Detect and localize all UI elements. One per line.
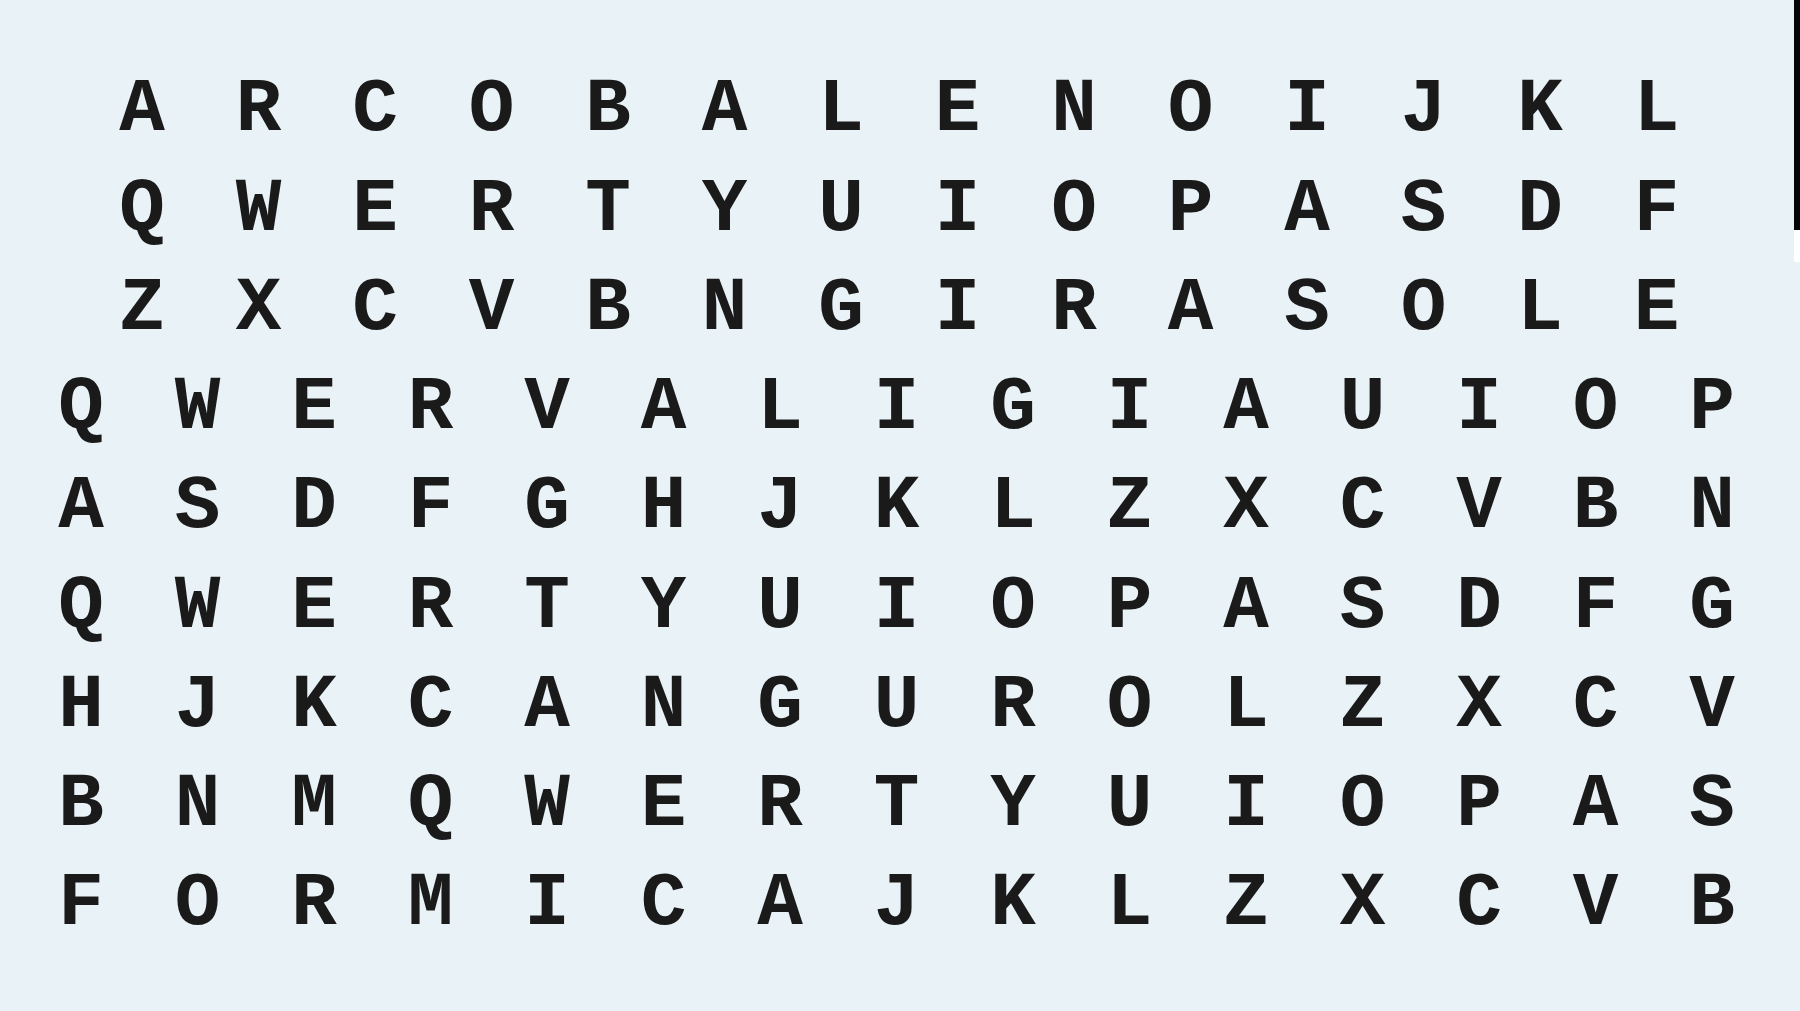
grid-cell[interactable]: S (1365, 161, 1482, 260)
grid-cell[interactable]: J (838, 855, 955, 954)
grid-cell[interactable]: E (1598, 260, 1715, 359)
grid-cell[interactable]: X (1421, 657, 1538, 756)
grid-cell[interactable]: J (1365, 61, 1482, 160)
grid-cell[interactable]: E (605, 756, 722, 855)
grid-cell[interactable]: E (256, 359, 373, 458)
grid-cell[interactable]: I (838, 359, 955, 458)
grid-cell[interactable]: A (1537, 756, 1654, 855)
grid-cell[interactable]: T (550, 161, 667, 260)
grid-cell[interactable]: R (200, 61, 317, 160)
grid-cell[interactable]: D (1482, 161, 1599, 260)
grid-cell[interactable]: P (1421, 756, 1538, 855)
grid-cell[interactable]: T (489, 558, 606, 657)
grid-cell[interactable]: G (783, 260, 900, 359)
grid-cell[interactable]: C (317, 260, 434, 359)
grid-cell[interactable]: I (1188, 756, 1305, 855)
grid-cell[interactable]: B (550, 260, 667, 359)
grid-cell[interactable]: F (1598, 161, 1715, 260)
grid-cell[interactable]: H (23, 657, 140, 756)
grid-cell[interactable]: S (1304, 558, 1421, 657)
grid-cell[interactable]: V (433, 260, 550, 359)
grid-cell[interactable]: O (1537, 359, 1654, 458)
grid-cell[interactable]: L (783, 61, 900, 160)
word-search-board: ARCOBALENOIJKLQWERTYUIOPASDFZXCVBNGIRASO… (0, 0, 1800, 1011)
grid-cell[interactable]: P (1654, 359, 1771, 458)
grid-cell[interactable]: A (1249, 161, 1366, 260)
grid-cell[interactable]: R (722, 756, 839, 855)
grid-cell[interactable]: E (317, 161, 434, 260)
grid-cell[interactable]: C (372, 657, 489, 756)
grid-cell[interactable]: R (433, 161, 550, 260)
grid-cell[interactable]: D (256, 458, 373, 557)
grid-cell[interactable]: L (1071, 855, 1188, 954)
grid-cell[interactable]: C (1421, 855, 1538, 954)
grid-cell[interactable]: P (1071, 558, 1188, 657)
grid-cell[interactable]: Y (955, 756, 1072, 855)
grid-cell[interactable]: L (1482, 260, 1599, 359)
grid-cell[interactable]: C (1537, 657, 1654, 756)
grid-row: ARCOBALENOIJKL (84, 61, 1715, 160)
grid-cell[interactable]: C (317, 61, 434, 160)
grid-cell[interactable]: G (1654, 558, 1771, 657)
grid-cell[interactable]: D (1421, 558, 1538, 657)
grid-cell[interactable]: I (838, 558, 955, 657)
grid-cell[interactable]: I (489, 855, 606, 954)
grid-cell[interactable]: A (1188, 558, 1305, 657)
grid-cell[interactable]: K (955, 855, 1072, 954)
grid-cell[interactable]: Z (1304, 657, 1421, 756)
grid-cell[interactable]: N (139, 756, 256, 855)
grid-cell[interactable]: T (838, 756, 955, 855)
grid-cell[interactable]: I (1249, 61, 1366, 160)
grid-cell[interactable]: V (1421, 458, 1538, 557)
grid-cell[interactable]: B (550, 61, 667, 160)
grid-cell[interactable]: W (139, 359, 256, 458)
grid-cell[interactable]: J (722, 458, 839, 557)
grid-cell[interactable]: U (783, 161, 900, 260)
grid-row: QWERVALIGIAUIOP (23, 359, 1771, 458)
grid-cell[interactable]: R (372, 359, 489, 458)
grid-cell[interactable]: Y (605, 558, 722, 657)
grid-cell[interactable]: A (666, 61, 783, 160)
grid-cell[interactable]: Q (23, 558, 140, 657)
grid-cell[interactable]: O (1071, 657, 1188, 756)
grid-cell[interactable]: L (722, 359, 839, 458)
grid-cell[interactable]: W (139, 558, 256, 657)
grid-cell[interactable]: I (899, 260, 1016, 359)
grid-cell[interactable]: W (200, 161, 317, 260)
grid-cell[interactable]: X (1188, 458, 1305, 557)
grid-cell[interactable]: A (722, 855, 839, 954)
grid-cell[interactable]: F (23, 855, 140, 954)
grid-cell[interactable]: B (1654, 855, 1771, 954)
grid-cell[interactable]: V (1654, 657, 1771, 756)
grid-cell[interactable]: O (1016, 161, 1133, 260)
grid-cell[interactable]: O (955, 558, 1072, 657)
grid-cell[interactable]: S (1654, 756, 1771, 855)
grid-cell[interactable]: U (722, 558, 839, 657)
grid-cell[interactable]: A (1188, 359, 1305, 458)
grid-cell[interactable]: A (23, 458, 140, 557)
grid-cell[interactable]: O (1365, 260, 1482, 359)
grid-cell[interactable]: X (1304, 855, 1421, 954)
grid-cell[interactable]: K (838, 458, 955, 557)
grid-cell[interactable]: H (605, 458, 722, 557)
grid-cell[interactable]: O (1132, 61, 1249, 160)
grid-cell[interactable]: N (1016, 61, 1133, 160)
grid-cell[interactable]: I (1421, 359, 1538, 458)
grid-cell[interactable]: M (256, 756, 373, 855)
grid-cell[interactable]: O (1304, 756, 1421, 855)
grid-cell[interactable]: I (1071, 359, 1188, 458)
grid-cell[interactable]: E (899, 61, 1016, 160)
grid-cell[interactable]: S (1249, 260, 1366, 359)
grid-cell[interactable]: C (605, 855, 722, 954)
grid-cell[interactable]: G (489, 458, 606, 557)
grid-cell[interactable]: Q (372, 756, 489, 855)
grid-row: BNMQWERTYUIOPAS (23, 756, 1771, 855)
grid-cell[interactable]: O (139, 855, 256, 954)
grid-cell[interactable]: E (256, 558, 373, 657)
grid-row: ASDFGHJKLZXCVBN (23, 458, 1771, 557)
grid-cell[interactable]: G (722, 657, 839, 756)
grid-cell[interactable]: U (1071, 756, 1188, 855)
grid-cell[interactable]: J (139, 657, 256, 756)
grid-cell[interactable]: Q (84, 161, 201, 260)
grid-cell[interactable]: P (1132, 161, 1249, 260)
grid-cell[interactable]: V (1537, 855, 1654, 954)
grid-cell[interactable]: K (256, 657, 373, 756)
grid-cell[interactable]: W (489, 756, 606, 855)
grid-cell[interactable]: M (372, 855, 489, 954)
grid-cell[interactable]: Y (666, 161, 783, 260)
grid-cell[interactable]: K (1482, 61, 1599, 160)
grid-cell[interactable]: V (489, 359, 606, 458)
grid-row: HJKCANGUROLZXCV (23, 657, 1771, 756)
grid-cell[interactable]: X (200, 260, 317, 359)
grid-row: QWERTYUIOPASDFG (23, 558, 1771, 657)
grid-cell[interactable]: R (1016, 260, 1133, 359)
grid-cell[interactable]: Z (1188, 855, 1305, 954)
grid-cell[interactable]: A (84, 61, 201, 160)
grid-cell[interactable]: L (1188, 657, 1305, 756)
grid-cell[interactable]: C (1304, 458, 1421, 557)
grid-cell[interactable]: B (23, 756, 140, 855)
grid-cell[interactable]: A (1132, 260, 1249, 359)
grid-cell[interactable]: B (1537, 458, 1654, 557)
grid-cell[interactable]: Q (23, 359, 140, 458)
grid-cell[interactable]: N (666, 260, 783, 359)
scrollbar-thumb[interactable] (1794, 0, 1800, 230)
grid-cell[interactable]: U (838, 657, 955, 756)
grid-row: FORMICAJKLZXCVB (23, 855, 1771, 954)
grid-cell[interactable]: R (955, 657, 1072, 756)
grid-cell[interactable]: R (256, 855, 373, 954)
grid-cell[interactable]: I (899, 161, 1016, 260)
grid-cell[interactable]: S (139, 458, 256, 557)
grid-cell[interactable]: F (372, 458, 489, 557)
grid-cell[interactable]: U (1304, 359, 1421, 458)
grid-cell[interactable]: Z (1071, 458, 1188, 557)
grid-row: QWERTYUIOPASDF (84, 161, 1715, 260)
grid-cell[interactable]: O (433, 61, 550, 160)
grid-cell[interactable]: Z (84, 260, 201, 359)
grid-cell[interactable]: A (605, 359, 722, 458)
grid-cell[interactable]: G (955, 359, 1072, 458)
grid-cell[interactable]: L (1598, 61, 1715, 160)
grid-row: ZXCVBNGIRASOLE (84, 260, 1715, 359)
grid-cell[interactable]: R (372, 558, 489, 657)
grid-cell[interactable]: L (955, 458, 1072, 557)
grid-cell[interactable]: F (1537, 558, 1654, 657)
grid-cell[interactable]: N (605, 657, 722, 756)
grid-cell[interactable]: N (1654, 458, 1771, 557)
grid-cell[interactable]: A (489, 657, 606, 756)
